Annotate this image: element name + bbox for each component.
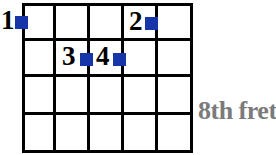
fret-cell	[90, 6, 121, 38]
fret-cell	[158, 115, 190, 150]
fretboard-grid	[22, 3, 193, 153]
finger-marker-2	[145, 17, 158, 30]
fret-cell	[56, 6, 87, 38]
finger-number-1: 1	[1, 7, 15, 34]
fret-cell	[158, 41, 190, 74]
fret-cell	[56, 115, 87, 150]
finger-number-3: 3	[62, 43, 76, 70]
fret-cell	[25, 41, 53, 74]
fret-position-label: 8th fret	[198, 98, 276, 124]
fret-cell	[158, 77, 190, 112]
fret-cell	[124, 77, 155, 112]
guitar-chord-diagram: 1 2 3 4 8th fret	[0, 0, 276, 155]
fret-cell	[124, 41, 155, 74]
finger-number-2: 2	[129, 8, 143, 35]
fret-cell	[25, 6, 53, 38]
finger-number-4: 4	[96, 43, 110, 70]
finger-marker-4	[113, 53, 126, 66]
fret-cell	[90, 77, 121, 112]
fret-cell	[90, 115, 121, 150]
fret-cell	[25, 77, 53, 112]
finger-marker-1	[15, 16, 28, 29]
fret-cell	[158, 6, 190, 38]
fret-cell	[124, 115, 155, 150]
fret-cell	[56, 77, 87, 112]
finger-marker-3	[80, 53, 93, 66]
fret-cell	[25, 115, 53, 150]
